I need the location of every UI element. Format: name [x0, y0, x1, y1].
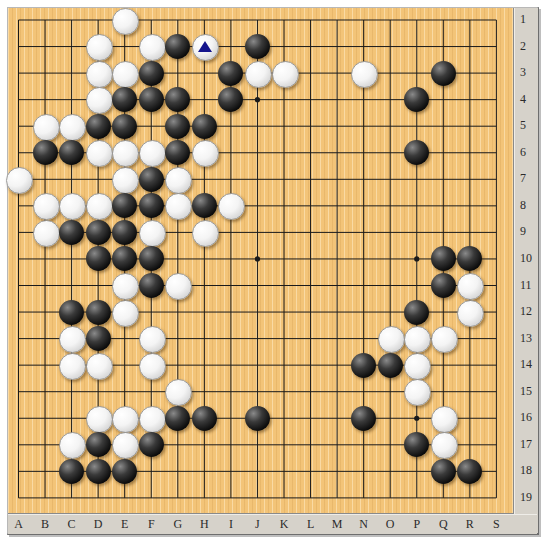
white-stone[interactable]	[86, 140, 113, 167]
white-stone[interactable]	[59, 114, 86, 141]
row-label: 10	[515, 251, 541, 266]
star-point	[414, 416, 419, 421]
row-label: 4	[515, 92, 541, 107]
go-diagram-window: 12345678910111213141516171819 ABCDEFGHIJ…	[0, 0, 541, 537]
black-stone[interactable]	[86, 432, 111, 457]
column-label: E	[115, 517, 135, 532]
white-stone[interactable]	[112, 406, 139, 433]
row-label: 2	[515, 39, 541, 54]
black-stone[interactable]	[431, 459, 456, 484]
black-stone[interactable]	[139, 167, 164, 192]
column-label: M	[327, 517, 347, 532]
white-stone[interactable]	[86, 193, 113, 220]
white-stone[interactable]	[59, 326, 86, 353]
black-stone[interactable]	[59, 459, 84, 484]
column-label: O	[380, 517, 400, 532]
row-label: 1	[515, 12, 541, 27]
white-stone[interactable]	[404, 353, 431, 380]
row-label: 14	[515, 357, 541, 372]
black-stone[interactable]	[139, 61, 164, 86]
column-label: L	[301, 517, 321, 532]
white-stone[interactable]	[192, 140, 219, 167]
white-stone[interactable]	[431, 406, 458, 433]
white-stone[interactable]	[139, 353, 166, 380]
row-label: 18	[515, 463, 541, 478]
row-label: 3	[515, 65, 541, 80]
white-stone[interactable]	[192, 220, 219, 247]
black-stone[interactable]	[378, 353, 403, 378]
black-stone[interactable]	[86, 300, 111, 325]
black-stone[interactable]	[139, 273, 164, 298]
row-label: 17	[515, 437, 541, 452]
white-stone[interactable]	[6, 167, 33, 194]
row-label: 5	[515, 118, 541, 133]
black-stone[interactable]	[351, 353, 376, 378]
white-stone[interactable]	[431, 432, 458, 459]
black-stone[interactable]	[112, 220, 137, 245]
black-stone[interactable]	[245, 406, 270, 431]
row-label: 13	[515, 331, 541, 346]
star-point	[414, 256, 419, 261]
white-stone[interactable]	[33, 114, 60, 141]
white-stone[interactable]	[457, 300, 484, 327]
row-label: 11	[515, 278, 541, 293]
white-stone[interactable]	[378, 326, 405, 353]
black-stone[interactable]	[86, 326, 111, 351]
black-stone[interactable]	[59, 300, 84, 325]
black-stone[interactable]	[351, 406, 376, 431]
white-stone[interactable]	[112, 61, 139, 88]
triangle-marker-icon	[198, 41, 212, 52]
black-stone[interactable]	[112, 459, 137, 484]
go-board-widget: 12345678910111213141516171819 ABCDEFGHIJ…	[7, 7, 539, 535]
go-board[interactable]	[8, 8, 514, 514]
white-stone[interactable]	[112, 167, 139, 194]
black-stone[interactable]	[112, 114, 137, 139]
black-stone[interactable]	[139, 193, 164, 218]
black-stone[interactable]	[431, 61, 456, 86]
star-point	[255, 97, 260, 102]
black-stone[interactable]	[192, 114, 217, 139]
row-label: 8	[515, 198, 541, 213]
white-stone[interactable]	[139, 406, 166, 433]
row-label: 19	[515, 490, 541, 505]
black-stone[interactable]	[86, 246, 111, 271]
white-stone[interactable]	[139, 326, 166, 353]
column-label: F	[141, 517, 161, 532]
white-stone[interactable]	[272, 61, 299, 88]
row-label: 7	[515, 171, 541, 186]
white-stone[interactable]	[112, 300, 139, 327]
white-stone[interactable]	[33, 193, 60, 220]
star-point	[255, 256, 260, 261]
column-label: C	[62, 517, 82, 532]
black-stone[interactable]	[165, 114, 190, 139]
row-labels-strip: 12345678910111213141516171819	[514, 8, 538, 533]
column-label: H	[194, 517, 214, 532]
column-label: R	[460, 517, 480, 532]
white-stone[interactable]	[192, 34, 219, 61]
white-stone[interactable]	[86, 61, 113, 88]
white-stone[interactable]	[351, 61, 378, 88]
row-label: 16	[515, 410, 541, 425]
column-label: I	[221, 517, 241, 532]
black-stone[interactable]	[139, 432, 164, 457]
white-stone[interactable]	[245, 61, 272, 88]
black-stone[interactable]	[86, 220, 111, 245]
column-labels-strip: ABCDEFGHIJKLMNOPQRS	[8, 514, 537, 534]
black-stone[interactable]	[59, 220, 84, 245]
column-label: S	[486, 517, 506, 532]
white-stone[interactable]	[165, 167, 192, 194]
white-stone[interactable]	[112, 8, 139, 35]
white-stone[interactable]	[59, 353, 86, 380]
column-label: B	[35, 517, 55, 532]
row-label: 12	[515, 304, 541, 319]
row-label: 6	[515, 145, 541, 160]
black-stone[interactable]	[192, 406, 217, 431]
white-stone[interactable]	[139, 220, 166, 247]
column-label: K	[274, 517, 294, 532]
column-label: Q	[433, 517, 453, 532]
white-stone[interactable]	[86, 87, 113, 114]
white-stone[interactable]	[86, 353, 113, 380]
black-stone[interactable]	[245, 34, 270, 59]
white-stone[interactable]	[431, 326, 458, 353]
black-stone[interactable]	[139, 87, 164, 112]
column-label: J	[247, 517, 267, 532]
column-label: P	[407, 517, 427, 532]
white-stone[interactable]	[112, 273, 139, 300]
white-stone[interactable]	[86, 34, 113, 61]
column-label: A	[9, 517, 29, 532]
column-label: N	[354, 517, 374, 532]
black-stone[interactable]	[218, 61, 243, 86]
white-stone[interactable]	[86, 406, 113, 433]
row-label: 9	[515, 224, 541, 239]
black-stone[interactable]	[33, 140, 58, 165]
black-stone[interactable]	[86, 114, 111, 139]
column-label: D	[88, 517, 108, 532]
black-stone[interactable]	[404, 300, 429, 325]
black-stone[interactable]	[86, 459, 111, 484]
white-stone[interactable]	[139, 34, 166, 61]
black-stone[interactable]	[165, 406, 190, 431]
black-stone[interactable]	[431, 273, 456, 298]
white-stone[interactable]	[139, 140, 166, 167]
column-label: G	[168, 517, 188, 532]
white-stone[interactable]	[33, 220, 60, 247]
row-label: 15	[515, 384, 541, 399]
